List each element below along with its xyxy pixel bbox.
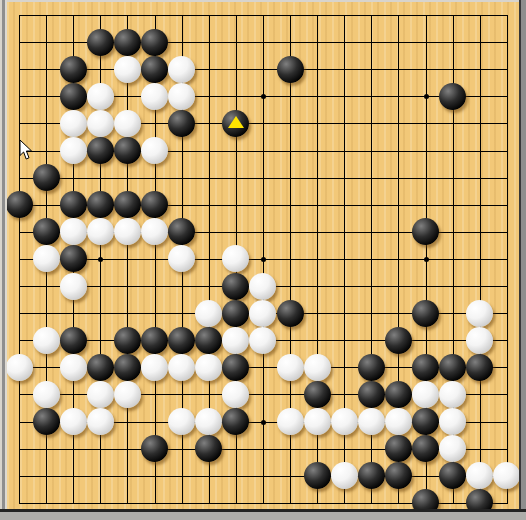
stone-white xyxy=(168,56,195,83)
stone-white xyxy=(114,218,141,245)
stone-black xyxy=(33,408,60,435)
stone-black xyxy=(114,29,141,56)
stone-white xyxy=(195,300,222,327)
stone-black xyxy=(412,300,439,327)
stone-white xyxy=(466,300,493,327)
stone-black xyxy=(60,191,87,218)
stone-white xyxy=(141,83,168,110)
grid-line-vertical xyxy=(507,15,508,504)
stone-white xyxy=(87,83,114,110)
window-border-right xyxy=(521,0,526,520)
stone-white xyxy=(385,408,412,435)
stone-white xyxy=(249,300,276,327)
stone-white xyxy=(87,218,114,245)
stone-white xyxy=(439,435,466,462)
stone-black xyxy=(87,354,114,381)
stone-black xyxy=(60,327,87,354)
window-border-bottom xyxy=(0,512,526,520)
stone-white xyxy=(168,354,195,381)
stone-white xyxy=(277,408,304,435)
stone-white xyxy=(141,137,168,164)
stone-white xyxy=(114,56,141,83)
stone-black xyxy=(141,29,168,56)
stone-black xyxy=(466,354,493,381)
stone-black xyxy=(195,435,222,462)
stone-black xyxy=(141,327,168,354)
stone-black xyxy=(33,164,60,191)
stone-black xyxy=(141,435,168,462)
go-board[interactable] xyxy=(0,0,526,520)
star-point xyxy=(424,257,429,262)
stone-black xyxy=(412,354,439,381)
stone-white xyxy=(33,245,60,272)
stone-black xyxy=(412,435,439,462)
star-point xyxy=(261,257,266,262)
stone-black xyxy=(114,137,141,164)
stone-white xyxy=(304,354,331,381)
stone-white xyxy=(60,137,87,164)
stone-white xyxy=(87,381,114,408)
stone-black xyxy=(385,381,412,408)
stone-white xyxy=(331,408,358,435)
stone-white xyxy=(60,218,87,245)
star-point xyxy=(261,94,266,99)
stone-black xyxy=(358,354,385,381)
stone-black xyxy=(385,435,412,462)
stone-black xyxy=(304,462,331,489)
stone-black xyxy=(141,56,168,83)
stone-black xyxy=(439,83,466,110)
go-app-window xyxy=(0,0,526,520)
stone-white xyxy=(249,327,276,354)
stone-white xyxy=(168,245,195,272)
stone-black xyxy=(385,327,412,354)
stone-white xyxy=(331,462,358,489)
stone-black xyxy=(33,218,60,245)
stone-black xyxy=(222,273,249,300)
stone-black xyxy=(358,381,385,408)
stone-white xyxy=(33,381,60,408)
stone-white xyxy=(114,381,141,408)
stone-white xyxy=(195,354,222,381)
stone-black xyxy=(141,191,168,218)
grid-line-vertical xyxy=(480,15,481,504)
stone-black xyxy=(195,327,222,354)
stone-black xyxy=(60,245,87,272)
stone-black xyxy=(87,29,114,56)
stone-white xyxy=(493,462,520,489)
stone-white xyxy=(222,381,249,408)
stone-black xyxy=(439,354,466,381)
stone-white xyxy=(60,110,87,137)
stone-white xyxy=(277,354,304,381)
stone-white xyxy=(60,273,87,300)
stone-white xyxy=(33,327,60,354)
stone-white xyxy=(168,83,195,110)
stone-white xyxy=(195,408,222,435)
stone-black xyxy=(168,218,195,245)
grid-line-horizontal xyxy=(19,476,508,477)
stone-black xyxy=(222,300,249,327)
stone-black xyxy=(60,56,87,83)
stone-black xyxy=(87,191,114,218)
stone-black xyxy=(412,218,439,245)
stone-black-marked-last-move xyxy=(222,110,249,137)
star-point xyxy=(98,257,103,262)
stone-black xyxy=(60,83,87,110)
stone-black xyxy=(168,327,195,354)
window-border-top xyxy=(0,0,526,2)
stone-black xyxy=(277,56,304,83)
stone-black xyxy=(277,300,304,327)
stone-black xyxy=(168,110,195,137)
stone-black xyxy=(385,462,412,489)
mouse-cursor-icon xyxy=(19,139,33,161)
stone-white xyxy=(168,408,195,435)
stone-white xyxy=(412,381,439,408)
stone-black xyxy=(439,462,466,489)
stone-white xyxy=(439,408,466,435)
star-point xyxy=(424,94,429,99)
stone-black xyxy=(87,137,114,164)
stone-white xyxy=(114,110,141,137)
star-point xyxy=(261,420,266,425)
last-move-triangle-marker xyxy=(228,116,244,128)
stone-white xyxy=(249,273,276,300)
stone-white xyxy=(60,354,87,381)
stone-black xyxy=(358,462,385,489)
stone-black xyxy=(6,191,33,218)
stone-white xyxy=(87,408,114,435)
stone-white xyxy=(466,462,493,489)
stone-black xyxy=(222,408,249,435)
stone-black xyxy=(222,354,249,381)
stone-black xyxy=(114,327,141,354)
stone-black xyxy=(412,408,439,435)
window-border-left-inner xyxy=(5,0,7,520)
stone-black xyxy=(114,354,141,381)
stone-white xyxy=(222,327,249,354)
stone-white xyxy=(439,381,466,408)
stone-white xyxy=(358,408,385,435)
stone-white xyxy=(60,408,87,435)
stone-white xyxy=(141,218,168,245)
stone-black xyxy=(304,381,331,408)
stone-white xyxy=(222,245,249,272)
stone-white xyxy=(6,354,33,381)
stone-white xyxy=(87,110,114,137)
stone-white xyxy=(304,408,331,435)
stone-black xyxy=(114,191,141,218)
stone-white xyxy=(466,327,493,354)
stone-white xyxy=(141,354,168,381)
